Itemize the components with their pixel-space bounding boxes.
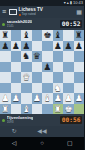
square-b4[interactable] (11, 72, 22, 83)
square-f3[interactable]: ♞ (53, 83, 64, 94)
white-knight: ♞ (54, 83, 62, 94)
top-player-clock: 00:52 (60, 20, 82, 29)
black-pawn: ♟ (43, 62, 51, 73)
square-c8[interactable]: ♝ (21, 30, 32, 41)
toolbar: ↻ ◀◀ (0, 126, 84, 137)
square-a4[interactable] (0, 72, 11, 83)
black-knight: ♞ (22, 51, 30, 62)
back-icon[interactable]: ◁ (0, 137, 28, 150)
square-h2[interactable]: ♟ (74, 93, 85, 104)
bottom-player-rating: 2093 (7, 121, 34, 124)
square-d2[interactable]: ♟ (32, 93, 43, 104)
channel-subtitle: Top rated (19, 13, 43, 16)
square-e6[interactable] (42, 51, 53, 62)
square-f1[interactable]: ♜ (53, 104, 64, 115)
bottom-player-clock: 00:56 (60, 116, 82, 125)
square-b1[interactable] (11, 104, 22, 115)
flip-board-icon[interactable]: ↻ (0, 126, 28, 137)
white-pawn: ♟ (64, 93, 72, 104)
square-a5[interactable] (0, 62, 11, 73)
black-pawn: ♟ (54, 41, 62, 52)
recents-icon[interactable]: ▢ (56, 137, 84, 150)
white-rook: ♜ (1, 104, 9, 115)
square-a3[interactable] (0, 83, 11, 94)
top-player-bar: saurabh2020 2145 00:52 (0, 18, 84, 30)
square-e4[interactable] (42, 72, 53, 83)
white-bishop: ♝ (22, 104, 30, 115)
square-g8[interactable] (63, 30, 74, 41)
square-h4[interactable] (74, 72, 85, 83)
black-bishop: ♝ (54, 30, 62, 41)
white-queen: ♛ (22, 72, 30, 83)
white-pawn: ♟ (54, 93, 62, 104)
white-pawn: ♟ (33, 93, 41, 104)
square-a2[interactable]: ♟ (0, 93, 11, 104)
square-h8[interactable]: ♜ (74, 30, 85, 41)
app-bar: ≡ Lichess TV Top rated ▦ (0, 6, 84, 18)
square-d3[interactable] (32, 83, 43, 94)
online-dot-icon (2, 23, 5, 26)
square-c3[interactable] (21, 83, 32, 94)
square-h6[interactable] (74, 51, 85, 62)
square-e2[interactable]: ♝ (42, 93, 53, 104)
black-rook: ♜ (75, 30, 83, 41)
square-a6[interactable] (0, 51, 11, 62)
square-g2[interactable]: ♟ (63, 93, 74, 104)
square-c1[interactable]: ♝ (21, 104, 32, 115)
bottom-player-bar: Tijvenloening 2093 00:56 (0, 114, 84, 126)
black-bishop: ♝ (22, 30, 30, 41)
square-c5[interactable] (21, 62, 32, 73)
square-e7[interactable] (42, 41, 53, 52)
square-b2[interactable]: ♟ (11, 93, 22, 104)
square-b7[interactable]: ♟ (11, 41, 22, 52)
square-b8[interactable] (11, 30, 22, 41)
square-a8[interactable]: ♜ (0, 30, 11, 41)
white-pawn: ♟ (75, 93, 83, 104)
white-pawn: ♟ (12, 93, 20, 104)
square-a1[interactable]: ♜ (0, 104, 11, 115)
square-d5[interactable] (32, 62, 43, 73)
rewind-icon[interactable]: ◀◀ (28, 126, 56, 137)
square-f5[interactable] (53, 62, 64, 73)
square-d1[interactable] (32, 104, 43, 115)
board: ♜♝♚♝♜♟♟♟♟♟♟♞♛♟♛♞♟♟♟♝♟♟♟♜♝♜♚ (0, 30, 84, 114)
square-d8[interactable] (32, 30, 43, 41)
black-queen: ♛ (33, 51, 41, 62)
square-e3[interactable] (42, 83, 53, 94)
square-c2[interactable] (21, 93, 32, 104)
online-dot-icon (2, 119, 5, 122)
square-g4[interactable] (63, 72, 74, 83)
android-nav-bar: ◁ ○ ▢ (0, 137, 84, 150)
black-king: ♚ (43, 30, 51, 41)
square-b5[interactable] (11, 62, 22, 73)
square-g1[interactable]: ♚ (63, 104, 74, 115)
channel-label: Top rated (22, 13, 36, 16)
black-pawn: ♟ (75, 41, 83, 52)
black-rook: ♜ (1, 30, 9, 41)
square-f7[interactable]: ♟ (53, 41, 64, 52)
square-h3[interactable] (74, 83, 85, 94)
live-dot-icon (19, 14, 21, 16)
square-c4[interactable]: ♛ (21, 72, 32, 83)
square-d6[interactable]: ♛ (32, 51, 43, 62)
black-pawn: ♟ (1, 41, 9, 52)
square-f2[interactable]: ♟ (53, 93, 64, 104)
white-bishop: ♝ (43, 93, 51, 104)
square-g5[interactable] (63, 62, 74, 73)
square-h1[interactable] (74, 104, 85, 115)
channels-grid-icon[interactable]: ▦ (76, 6, 82, 18)
white-rook: ♜ (54, 104, 62, 115)
square-f8[interactable]: ♝ (53, 30, 64, 41)
square-b6[interactable] (11, 51, 22, 62)
square-h5[interactable] (74, 62, 85, 73)
square-c7[interactable]: ♟ (21, 41, 32, 52)
square-f6[interactable] (53, 51, 64, 62)
square-g3[interactable] (63, 83, 74, 94)
black-pawn: ♟ (64, 41, 72, 52)
square-e8[interactable]: ♚ (42, 30, 53, 41)
square-a7[interactable]: ♟ (0, 41, 11, 52)
square-e5[interactable]: ♟ (42, 62, 53, 73)
square-d7[interactable] (32, 41, 43, 52)
home-icon[interactable]: ○ (28, 137, 56, 150)
square-c6[interactable]: ♞ (21, 51, 32, 62)
square-d4[interactable] (32, 72, 43, 83)
square-h7[interactable]: ♟ (74, 41, 85, 52)
black-pawn: ♟ (12, 41, 20, 52)
white-pawn: ♟ (1, 93, 9, 104)
top-player-rating: 2145 (7, 25, 33, 28)
menu-icon[interactable]: ≡ (2, 6, 6, 18)
app-root: ▾ ▴ ▮ 10:43 ≡ Lichess TV Top rated ▦ sau… (0, 0, 84, 150)
tv-icon (9, 9, 17, 15)
square-g6[interactable] (63, 51, 74, 62)
square-b3[interactable] (11, 83, 22, 94)
square-g7[interactable]: ♟ (63, 41, 74, 52)
white-king: ♚ (64, 104, 72, 115)
square-e1[interactable] (42, 104, 53, 115)
black-pawn: ♟ (22, 41, 30, 52)
square-f4[interactable] (53, 72, 64, 83)
